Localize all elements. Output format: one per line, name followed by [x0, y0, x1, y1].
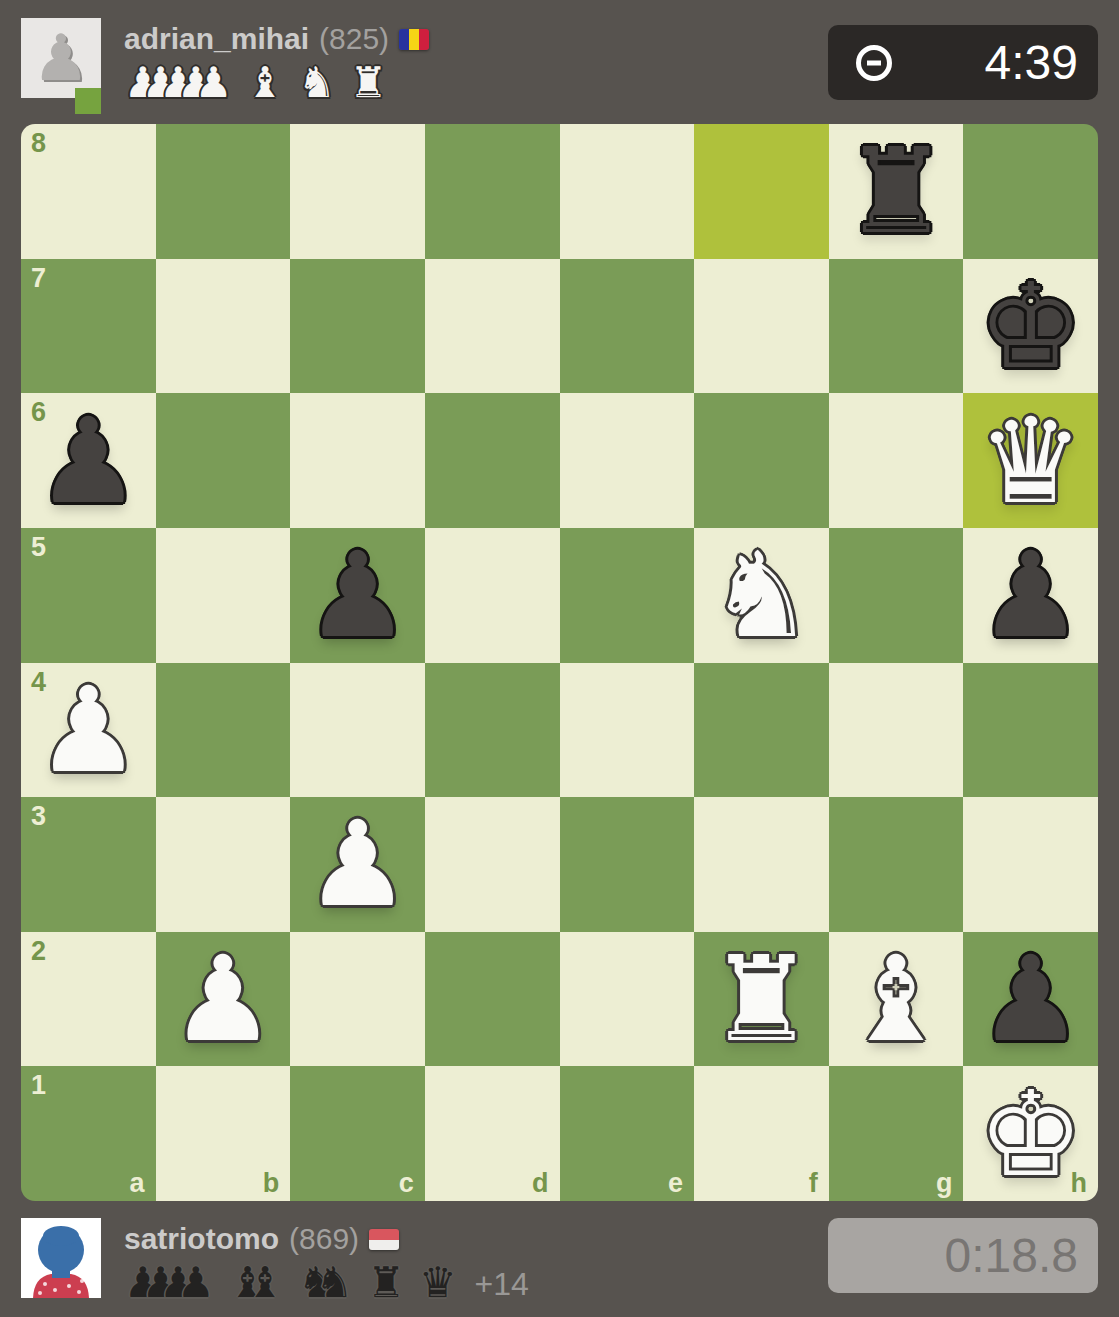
square-b6[interactable]	[156, 393, 291, 528]
square-b1[interactable]: b	[156, 1066, 291, 1201]
square-g7[interactable]	[829, 259, 964, 394]
file-label-h: h	[1071, 1168, 1088, 1199]
white-pawn[interactable]: ♟	[305, 805, 411, 923]
captured-black-bishop-icon: ♝	[246, 1262, 284, 1304]
black-pawn[interactable]: ♟	[978, 536, 1084, 654]
indonesia-flag-icon	[369, 1229, 399, 1250]
square-b4[interactable]	[156, 663, 291, 798]
square-a5[interactable]: 5	[21, 528, 156, 663]
file-label-d: d	[532, 1168, 549, 1199]
square-c6[interactable]	[290, 393, 425, 528]
bottom-player-clock: 0:18.8	[828, 1218, 1098, 1293]
black-pawn[interactable]: ♟	[305, 536, 411, 654]
top-player-info: adrian_mihai (825) ♟♟♟♟♟♝♞♜	[124, 18, 808, 104]
person-avatar-image	[21, 1218, 101, 1298]
square-h6[interactable]: ♛	[963, 393, 1098, 528]
square-h5[interactable]: ♟	[963, 528, 1098, 663]
captured-white-pawn-icon: ♟	[195, 62, 233, 104]
white-rook[interactable]: ♜	[709, 940, 815, 1058]
square-c1[interactable]: c	[290, 1066, 425, 1201]
rank-label-4: 4	[31, 667, 46, 698]
captured-bishop-group: ♝♝	[229, 1262, 284, 1304]
captured-black-rook-icon: ♜	[367, 1262, 405, 1304]
captured-white-rook-icon: ♜	[350, 62, 388, 104]
square-e7[interactable]	[560, 259, 695, 394]
white-pawn[interactable]: ♟	[35, 671, 141, 789]
square-b5[interactable]	[156, 528, 291, 663]
captured-white-bishop-icon: ♝	[246, 62, 284, 104]
captured-white-knight-icon: ♞	[298, 62, 336, 104]
square-d6[interactable]	[425, 393, 560, 528]
square-f2[interactable]: ♜	[694, 932, 829, 1067]
square-c7[interactable]	[290, 259, 425, 394]
captured-queen-group: ♛	[419, 1262, 457, 1304]
captured-pawn-group: ♟♟♟♟	[124, 1262, 215, 1304]
square-g4[interactable]	[829, 663, 964, 798]
bottom-username[interactable]: satriotomo	[124, 1222, 279, 1256]
top-captured-pieces: ♟♟♟♟♟♝♞♜	[124, 62, 808, 104]
square-e1[interactable]: e	[560, 1066, 695, 1201]
bottom-rating: (869)	[289, 1222, 359, 1256]
bottom-player-info: satriotomo (869) ♟♟♟♟♝♝♞♞♜♛+14	[124, 1218, 808, 1304]
square-g8[interactable]: ♜	[829, 124, 964, 259]
white-king[interactable]: ♚	[978, 1075, 1084, 1193]
square-h4[interactable]	[963, 663, 1098, 798]
captured-rook-group: ♜	[350, 62, 388, 104]
rank-label-3: 3	[31, 801, 46, 832]
square-e4[interactable]	[560, 663, 695, 798]
file-label-g: g	[936, 1168, 953, 1199]
square-d4[interactable]	[425, 663, 560, 798]
captured-black-knight-icon: ♞	[316, 1262, 354, 1304]
square-c3[interactable]: ♟	[290, 797, 425, 932]
square-a2[interactable]: 2	[21, 932, 156, 1067]
captured-black-queen-icon: ♛	[419, 1262, 457, 1304]
captured-knight-group: ♞	[298, 62, 336, 104]
square-c8[interactable]	[290, 124, 425, 259]
black-rook[interactable]: ♜	[843, 132, 949, 250]
bottom-player-avatar[interactable]	[21, 1218, 101, 1298]
square-d2[interactable]	[425, 932, 560, 1067]
square-g6[interactable]	[829, 393, 964, 528]
square-a1[interactable]: 1a	[21, 1066, 156, 1201]
top-player-avatar[interactable]: ♟	[21, 18, 101, 98]
square-a7[interactable]: 7	[21, 259, 156, 394]
square-a6[interactable]: 6♟	[21, 393, 156, 528]
file-label-e: e	[668, 1168, 683, 1199]
top-rating: (825)	[319, 22, 389, 56]
captured-pawn-group: ♟♟♟♟♟	[124, 62, 232, 104]
captured-knight-group: ♞♞	[298, 1262, 353, 1304]
square-d7[interactable]	[425, 259, 560, 394]
square-c2[interactable]	[290, 932, 425, 1067]
bottom-captured-pieces: ♟♟♟♟♝♝♞♞♜♛+14	[124, 1262, 808, 1304]
online-status-badge	[75, 88, 101, 114]
file-label-b: b	[263, 1168, 280, 1199]
square-e2[interactable]	[560, 932, 695, 1067]
top-username[interactable]: adrian_mihai	[124, 22, 309, 56]
rank-label-6: 6	[31, 397, 46, 428]
chess-board[interactable]: 8♜7♚6♟♛5♟♞♟4♟3♟2♟♜♝♟1abcdefgh♚	[21, 124, 1098, 1201]
square-d1[interactable]: d	[425, 1066, 560, 1201]
material-advantage: +14	[475, 1264, 529, 1304]
top-clock-time: 4:39	[892, 35, 1098, 90]
square-g2[interactable]: ♝	[829, 932, 964, 1067]
square-b8[interactable]	[156, 124, 291, 259]
file-label-a: a	[130, 1168, 145, 1199]
square-f5[interactable]: ♞	[694, 528, 829, 663]
square-d3[interactable]	[425, 797, 560, 932]
square-h7[interactable]: ♚	[963, 259, 1098, 394]
rank-label-2: 2	[31, 936, 46, 967]
rank-label-8: 8	[31, 128, 46, 159]
rank-label-1: 1	[31, 1070, 46, 1101]
square-g1[interactable]: g	[829, 1066, 964, 1201]
square-e5[interactable]	[560, 528, 695, 663]
square-h2[interactable]: ♟	[963, 932, 1098, 1067]
square-c5[interactable]: ♟	[290, 528, 425, 663]
square-f1[interactable]: f	[694, 1066, 829, 1201]
white-bishop[interactable]: ♝	[843, 940, 949, 1058]
captured-rook-group: ♜	[367, 1262, 405, 1304]
rank-label-7: 7	[31, 263, 46, 294]
square-g3[interactable]	[829, 797, 964, 932]
square-c4[interactable]	[290, 663, 425, 798]
game-screen: ♟ adrian_mihai (825) ♟♟♟♟♟♝♞♜ 4:39 8♜7♚6…	[0, 0, 1119, 1317]
square-e8[interactable]	[560, 124, 695, 259]
romania-flag-icon	[399, 29, 429, 50]
square-f4[interactable]	[694, 663, 829, 798]
square-b3[interactable]	[156, 797, 291, 932]
file-label-c: c	[399, 1168, 414, 1199]
square-a3[interactable]: 3	[21, 797, 156, 932]
square-h1[interactable]: h♚	[963, 1066, 1098, 1201]
top-player-bar: ♟ adrian_mihai (825) ♟♟♟♟♟♝♞♜ 4:39	[21, 18, 1098, 104]
square-e3[interactable]	[560, 797, 695, 932]
square-e6[interactable]	[560, 393, 695, 528]
square-b2[interactable]: ♟	[156, 932, 291, 1067]
white-pawn[interactable]: ♟	[170, 940, 276, 1058]
file-label-f: f	[809, 1168, 818, 1199]
white-queen[interactable]: ♛	[978, 402, 1084, 520]
captured-bishop-group: ♝	[246, 62, 284, 104]
square-g5[interactable]	[829, 528, 964, 663]
square-h3[interactable]	[963, 797, 1098, 932]
square-f8[interactable]	[694, 124, 829, 259]
bottom-clock-time: 0:18.8	[828, 1228, 1098, 1283]
square-f6[interactable]	[694, 393, 829, 528]
black-pawn[interactable]: ♟	[35, 402, 141, 520]
rank-label-5: 5	[31, 532, 46, 563]
square-h8[interactable]	[963, 124, 1098, 259]
square-b7[interactable]	[156, 259, 291, 394]
black-pawn[interactable]: ♟	[978, 940, 1084, 1058]
black-king[interactable]: ♚	[978, 267, 1084, 385]
minus-circle-icon	[856, 45, 892, 81]
square-a4[interactable]: 4♟	[21, 663, 156, 798]
top-player-clock: 4:39	[828, 25, 1098, 100]
square-f3[interactable]	[694, 797, 829, 932]
square-f7[interactable]	[694, 259, 829, 394]
square-d5[interactable]	[425, 528, 560, 663]
square-d8[interactable]	[425, 124, 560, 259]
bottom-player-bar: satriotomo (869) ♟♟♟♟♝♝♞♞♜♛+14 0:18.8	[21, 1218, 1098, 1298]
pawn-avatar-icon: ♟	[21, 18, 101, 98]
white-knight[interactable]: ♞	[709, 536, 815, 654]
captured-black-pawn-icon: ♟	[177, 1262, 215, 1304]
square-a8[interactable]: 8	[21, 124, 156, 259]
